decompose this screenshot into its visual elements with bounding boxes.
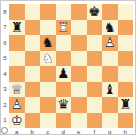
square-h4[interactable]	[118, 66, 134, 82]
square-a4[interactable]	[9, 66, 25, 82]
rank-label-2: 2	[1, 97, 9, 113]
white-pawn-fill: ♟	[102, 35, 118, 51]
white-pawn-fill: ♟	[9, 97, 25, 113]
square-d5[interactable]	[56, 51, 72, 67]
black-rook: ♜	[118, 97, 134, 113]
square-f5[interactable]	[87, 51, 103, 67]
rank-label-6: 6	[1, 35, 9, 51]
square-h2[interactable]: ♜	[118, 97, 134, 113]
square-d8[interactable]	[56, 4, 72, 20]
black-knight: ♞	[40, 35, 56, 51]
square-h3[interactable]	[118, 82, 134, 98]
square-f8[interactable]: ♚	[87, 4, 103, 20]
white-to-move-indicator	[1, 127, 8, 134]
square-b5[interactable]	[25, 51, 41, 67]
square-f6[interactable]	[87, 35, 103, 51]
file-label-a: a	[9, 128, 25, 135]
square-b7[interactable]	[25, 20, 41, 36]
black-queen: ♛	[56, 97, 72, 113]
square-e7[interactable]	[71, 20, 87, 36]
file-label-d: d	[56, 128, 72, 135]
white-king: ♔	[9, 113, 25, 129]
square-b4[interactable]	[25, 66, 41, 82]
square-h8[interactable]	[118, 4, 134, 20]
square-d6[interactable]	[56, 35, 72, 51]
square-f3[interactable]	[87, 82, 103, 98]
square-b8[interactable]	[25, 4, 41, 20]
square-b2[interactable]	[25, 97, 41, 113]
square-e4[interactable]	[71, 66, 87, 82]
rank-labels: 87654321	[1, 4, 9, 128]
square-b1[interactable]	[25, 113, 41, 129]
square-b3[interactable]	[25, 82, 41, 98]
square-f7[interactable]	[87, 20, 103, 36]
rank-label-5: 5	[1, 51, 9, 67]
rank-label-1: 1	[1, 113, 9, 129]
square-e2[interactable]	[71, 97, 87, 113]
white-queen-fill: ♛	[9, 82, 25, 98]
white-rook-fill: ♜	[56, 20, 72, 36]
square-g4[interactable]	[102, 66, 118, 82]
square-a2[interactable]: ♟♙	[9, 97, 25, 113]
square-d4[interactable]: ♟	[56, 66, 72, 82]
file-label-e: e	[71, 128, 87, 135]
white-queen: ♕	[9, 82, 25, 98]
square-h6[interactable]	[118, 35, 134, 51]
square-c4[interactable]	[40, 66, 56, 82]
square-d2[interactable]: ♛	[56, 97, 72, 113]
black-bishop: ♝	[102, 82, 118, 98]
white-knight-fill: ♞	[40, 51, 56, 67]
square-g8[interactable]	[102, 4, 118, 20]
square-d7[interactable]: ♜♖	[56, 20, 72, 36]
square-g7[interactable]: ♞	[102, 20, 118, 36]
square-f4[interactable]	[87, 66, 103, 82]
square-a7[interactable]: ♜	[9, 20, 25, 36]
square-e1[interactable]	[71, 113, 87, 129]
white-king-fill: ♚	[9, 113, 25, 129]
file-labels: abcdefgh	[9, 128, 133, 135]
square-c6[interactable]: ♞	[40, 35, 56, 51]
chess-board: ♚♜♜♖♞♞♟♙♞♘♟♛♕♝♟♙♛♜♚♔	[9, 4, 133, 128]
file-label-h: h	[118, 128, 134, 135]
square-h5[interactable]	[118, 51, 134, 67]
white-pawn: ♙	[9, 97, 25, 113]
rank-label-3: 3	[1, 82, 9, 98]
square-a1[interactable]: ♚♔	[9, 113, 25, 129]
square-d1[interactable]	[56, 113, 72, 129]
white-rook: ♖	[56, 20, 72, 36]
square-a6[interactable]	[9, 35, 25, 51]
file-label-g: g	[102, 128, 118, 135]
square-g5[interactable]	[102, 51, 118, 67]
square-h7[interactable]	[118, 20, 134, 36]
rank-label-4: 4	[1, 66, 9, 82]
square-e5[interactable]	[71, 51, 87, 67]
square-b6[interactable]	[25, 35, 41, 51]
square-c1[interactable]	[40, 113, 56, 129]
square-e8[interactable]	[71, 4, 87, 20]
square-c8[interactable]	[40, 4, 56, 20]
square-a5[interactable]	[9, 51, 25, 67]
chess-diagram: 87654321 ♚♜♜♖♞♞♟♙♞♘♟♛♕♝♟♙♛♜♚♔ abcdefgh	[0, 0, 136, 135]
square-g1[interactable]	[102, 113, 118, 129]
white-knight: ♘	[40, 51, 56, 67]
square-c7[interactable]	[40, 20, 56, 36]
square-f1[interactable]	[87, 113, 103, 129]
file-label-c: c	[40, 128, 56, 135]
square-c3[interactable]	[40, 82, 56, 98]
white-pawn: ♙	[102, 35, 118, 51]
square-c2[interactable]	[40, 97, 56, 113]
square-f2[interactable]	[87, 97, 103, 113]
square-g6[interactable]: ♟♙	[102, 35, 118, 51]
square-g3[interactable]: ♝	[102, 82, 118, 98]
square-a8[interactable]	[9, 4, 25, 20]
rank-label-7: 7	[1, 20, 9, 36]
square-e3[interactable]	[71, 82, 87, 98]
square-g2[interactable]	[102, 97, 118, 113]
square-a3[interactable]: ♛♕	[9, 82, 25, 98]
file-label-f: f	[87, 128, 103, 135]
file-label-b: b	[25, 128, 41, 135]
black-pawn: ♟	[56, 66, 72, 82]
square-d3[interactable]	[56, 82, 72, 98]
black-knight: ♞	[102, 20, 118, 36]
square-c5[interactable]: ♞♘	[40, 51, 56, 67]
black-rook: ♜	[9, 20, 25, 36]
square-e6[interactable]	[71, 35, 87, 51]
black-king: ♚	[87, 4, 103, 20]
square-h1[interactable]	[118, 113, 134, 129]
rank-label-8: 8	[1, 4, 9, 20]
